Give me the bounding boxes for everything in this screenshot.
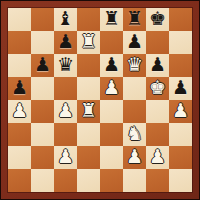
square-b5[interactable] — [31, 77, 54, 100]
square-h2[interactable] — [169, 146, 192, 169]
square-f4[interactable] — [123, 100, 146, 123]
square-c3[interactable] — [54, 123, 77, 146]
square-e7[interactable] — [100, 31, 123, 54]
square-g8[interactable]: ♚ — [146, 8, 169, 31]
square-a1[interactable] — [8, 169, 31, 192]
square-h6[interactable] — [169, 54, 192, 77]
white-rook-piece: ♜ — [80, 99, 97, 122]
square-c1[interactable] — [54, 169, 77, 192]
square-b4[interactable] — [31, 100, 54, 123]
black-bishop-piece: ♝ — [57, 7, 74, 30]
square-h5[interactable]: ♟ — [169, 77, 192, 100]
white-rook-piece: ♜ — [80, 30, 97, 53]
square-b8[interactable] — [31, 8, 54, 31]
square-g1[interactable] — [146, 169, 169, 192]
square-e5[interactable]: ♟ — [100, 77, 123, 100]
black-pawn-piece: ♟ — [149, 53, 166, 76]
square-g5[interactable]: ♚ — [146, 77, 169, 100]
white-pawn-piece: ♟ — [57, 99, 74, 122]
square-a8[interactable] — [8, 8, 31, 31]
black-pawn-piece: ♟ — [103, 53, 120, 76]
square-d6[interactable] — [77, 54, 100, 77]
black-rook-piece: ♜ — [126, 7, 143, 30]
square-e3[interactable] — [100, 123, 123, 146]
black-pawn-piece: ♟ — [172, 76, 189, 99]
black-pawn-piece: ♟ — [11, 76, 28, 99]
white-queen-piece: ♛ — [126, 53, 143, 76]
square-d5[interactable] — [77, 77, 100, 100]
square-b1[interactable] — [31, 169, 54, 192]
square-h1[interactable] — [169, 169, 192, 192]
square-e8[interactable]: ♜ — [100, 8, 123, 31]
square-c5[interactable] — [54, 77, 77, 100]
square-a2[interactable] — [8, 146, 31, 169]
white-pawn-piece: ♟ — [149, 145, 166, 168]
white-pawn-piece: ♟ — [172, 99, 189, 122]
chess-board-frame: ♝♜♜♚♟♜♟♟♛♟♛♟♟♟♚♟♟♟♜♟♞♟♟♟ — [0, 0, 200, 200]
square-a3[interactable] — [8, 123, 31, 146]
square-d3[interactable] — [77, 123, 100, 146]
square-f6[interactable]: ♛ — [123, 54, 146, 77]
square-g3[interactable] — [146, 123, 169, 146]
black-pawn-piece: ♟ — [34, 53, 51, 76]
square-e4[interactable] — [100, 100, 123, 123]
square-g2[interactable]: ♟ — [146, 146, 169, 169]
square-b7[interactable] — [31, 31, 54, 54]
square-f7[interactable]: ♟ — [123, 31, 146, 54]
square-f2[interactable]: ♟ — [123, 146, 146, 169]
square-d1[interactable] — [77, 169, 100, 192]
chess-board: ♝♜♜♚♟♜♟♟♛♟♛♟♟♟♚♟♟♟♜♟♞♟♟♟ — [8, 8, 192, 192]
square-b6[interactable]: ♟ — [31, 54, 54, 77]
white-pawn-piece: ♟ — [103, 76, 120, 99]
black-king-piece: ♚ — [149, 7, 166, 30]
square-c4[interactable]: ♟ — [54, 100, 77, 123]
black-rook-piece: ♜ — [103, 7, 120, 30]
white-pawn-piece: ♟ — [126, 145, 143, 168]
black-pawn-piece: ♟ — [126, 30, 143, 53]
square-g6[interactable]: ♟ — [146, 54, 169, 77]
white-pawn-piece: ♟ — [57, 145, 74, 168]
square-a4[interactable]: ♟ — [8, 100, 31, 123]
square-d8[interactable] — [77, 8, 100, 31]
square-a6[interactable] — [8, 54, 31, 77]
square-e6[interactable]: ♟ — [100, 54, 123, 77]
square-f5[interactable] — [123, 77, 146, 100]
square-d4[interactable]: ♜ — [77, 100, 100, 123]
square-d2[interactable] — [77, 146, 100, 169]
white-king-piece: ♚ — [149, 76, 166, 99]
square-g4[interactable] — [146, 100, 169, 123]
black-pawn-piece: ♟ — [57, 30, 74, 53]
square-c6[interactable]: ♛ — [54, 54, 77, 77]
white-knight-piece: ♞ — [126, 122, 143, 145]
square-c8[interactable]: ♝ — [54, 8, 77, 31]
square-b2[interactable] — [31, 146, 54, 169]
black-queen-piece: ♛ — [57, 53, 74, 76]
square-h4[interactable]: ♟ — [169, 100, 192, 123]
square-e2[interactable] — [100, 146, 123, 169]
square-a7[interactable] — [8, 31, 31, 54]
square-f8[interactable]: ♜ — [123, 8, 146, 31]
square-c2[interactable]: ♟ — [54, 146, 77, 169]
square-b3[interactable] — [31, 123, 54, 146]
square-h8[interactable] — [169, 8, 192, 31]
white-pawn-piece: ♟ — [11, 99, 28, 122]
square-f3[interactable]: ♞ — [123, 123, 146, 146]
square-f1[interactable] — [123, 169, 146, 192]
square-d7[interactable]: ♜ — [77, 31, 100, 54]
square-a5[interactable]: ♟ — [8, 77, 31, 100]
square-e1[interactable] — [100, 169, 123, 192]
square-c7[interactable]: ♟ — [54, 31, 77, 54]
square-h7[interactable] — [169, 31, 192, 54]
square-h3[interactable] — [169, 123, 192, 146]
square-g7[interactable] — [146, 31, 169, 54]
